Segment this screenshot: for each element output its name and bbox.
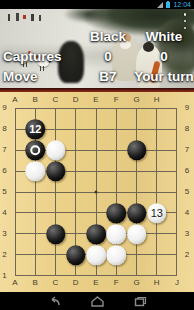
coord-left-5: 5 xyxy=(2,188,6,196)
coord-left-3: 3 xyxy=(2,230,6,238)
coord-top-H: H xyxy=(154,96,160,104)
board-cell[interactable] xyxy=(15,212,35,233)
stone-white-F3 xyxy=(107,224,127,244)
board-cell[interactable] xyxy=(96,129,116,150)
board-cell[interactable] xyxy=(116,108,136,129)
coord-top-E: E xyxy=(93,96,98,104)
board-cell[interactable] xyxy=(75,108,95,129)
move-number-label: 12 xyxy=(29,123,41,135)
coord-bottom-B: B xyxy=(33,279,38,287)
board-cell[interactable] xyxy=(156,233,176,254)
coord-top-A: A xyxy=(12,96,17,104)
coord-right-8: 8 xyxy=(185,125,189,133)
board-cell[interactable] xyxy=(35,254,55,275)
stone-white-G3 xyxy=(127,224,147,244)
stone-black-B7 xyxy=(26,140,46,160)
coord-right-7: 7 xyxy=(185,146,189,154)
board-cell[interactable] xyxy=(136,108,156,129)
board-cell[interactable] xyxy=(75,171,95,192)
board-cell[interactable] xyxy=(156,129,176,150)
board-cell[interactable] xyxy=(156,108,176,129)
coord-bottom-F: F xyxy=(114,279,119,287)
android-nav-bar xyxy=(0,292,194,310)
coord-bottom-J: J xyxy=(175,279,179,287)
stone-white-B6 xyxy=(26,161,46,181)
captures-label: Captures xyxy=(0,46,82,66)
board-cell[interactable] xyxy=(136,254,156,275)
board-cell[interactable] xyxy=(75,192,95,213)
go-app-screen: 12:04 Black White Captures 0 0 Move B7 xyxy=(0,0,194,310)
board-cell[interactable] xyxy=(116,171,136,192)
white-column-header: White xyxy=(134,26,194,46)
recents-button-icon[interactable] xyxy=(134,296,147,307)
coord-right-2: 2 xyxy=(185,251,189,259)
stone-white-C7 xyxy=(46,140,66,160)
coord-left-8: 8 xyxy=(2,125,6,133)
status-clock: 12:04 xyxy=(173,0,191,9)
board-cell[interactable] xyxy=(15,254,35,275)
coord-top-G: G xyxy=(133,96,139,104)
captures-white-value: 0 xyxy=(134,46,194,66)
coord-left-6: 6 xyxy=(2,167,6,175)
coord-top-D: D xyxy=(73,96,79,104)
coord-right-3: 3 xyxy=(185,230,189,238)
stone-black-D2 xyxy=(66,245,86,265)
stone-black-C6 xyxy=(46,161,66,181)
board-cell[interactable] xyxy=(55,192,75,213)
coord-left-9: 9 xyxy=(2,104,6,112)
hoshi-point xyxy=(95,191,98,194)
coord-right-9: 9 xyxy=(185,104,189,112)
coord-bottom-E: E xyxy=(93,279,98,287)
coord-left-1: 1 xyxy=(2,272,6,280)
battery-icon xyxy=(166,2,170,8)
board-cell[interactable] xyxy=(15,233,35,254)
stone-white-F2 xyxy=(107,245,127,265)
turn-indicator: Your turn xyxy=(134,66,194,86)
board-cell[interactable] xyxy=(156,171,176,192)
coord-top-B: B xyxy=(33,96,38,104)
game-info-header: Black White Captures 0 0 Move B7 Your tu… xyxy=(0,9,194,88)
coord-right-6: 6 xyxy=(185,167,189,175)
board-cell[interactable] xyxy=(96,108,116,129)
back-button-icon[interactable] xyxy=(48,296,61,307)
stone-white-H4: 13 xyxy=(147,203,167,223)
board-cell[interactable] xyxy=(96,150,116,171)
coord-left-2: 2 xyxy=(2,251,6,259)
board-cell[interactable] xyxy=(15,192,35,213)
board-cell[interactable] xyxy=(75,150,95,171)
coord-right-5: 5 xyxy=(185,188,189,196)
score-hud: Black White Captures 0 0 Move B7 Your tu… xyxy=(0,9,194,88)
board-cell[interactable] xyxy=(136,171,156,192)
stone-black-F4 xyxy=(107,203,127,223)
signal-icon xyxy=(157,2,163,8)
black-column-header: Black xyxy=(82,26,134,46)
board-cell[interactable] xyxy=(75,129,95,150)
stone-black-C3 xyxy=(46,224,66,244)
coord-top-F: F xyxy=(114,96,119,104)
board-cell[interactable] xyxy=(96,171,116,192)
coord-right-4: 4 xyxy=(185,209,189,217)
coord-left-7: 7 xyxy=(2,146,6,154)
move-label: Move xyxy=(0,66,82,86)
captures-black-value: 0 xyxy=(82,46,134,66)
stone-black-G7 xyxy=(127,140,147,160)
go-board[interactable]: ABCDEFGHABCDEFGHJ98765432198765432 1213 xyxy=(0,92,194,292)
board-cell[interactable] xyxy=(156,150,176,171)
last-move-marker xyxy=(30,145,40,155)
status-bar: 12:04 xyxy=(0,0,194,9)
coord-bottom-G: G xyxy=(133,279,139,287)
home-button-icon[interactable] xyxy=(91,296,104,307)
coord-bottom-D: D xyxy=(73,279,79,287)
board-cell[interactable] xyxy=(156,254,176,275)
stone-black-B8: 12 xyxy=(26,119,46,139)
coord-bottom-H: H xyxy=(154,279,160,287)
move-number-label: 13 xyxy=(151,207,163,219)
stone-white-E2 xyxy=(86,245,106,265)
coord-left-4: 4 xyxy=(2,209,6,217)
coord-bottom-A: A xyxy=(12,279,17,287)
stone-black-G4 xyxy=(127,203,147,223)
board-cell[interactable] xyxy=(35,192,55,213)
stone-black-E3 xyxy=(86,224,106,244)
coord-bottom-C: C xyxy=(53,279,59,287)
coord-top-C: C xyxy=(53,96,59,104)
board-cell[interactable] xyxy=(55,108,75,129)
move-value: B7 xyxy=(82,66,134,86)
